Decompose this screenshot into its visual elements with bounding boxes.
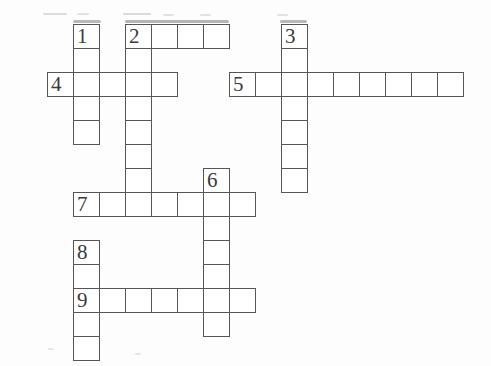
cell-r0c3[interactable]: 2	[125, 24, 152, 49]
cell-r7c4[interactable]	[151, 192, 178, 217]
cell-r2c0[interactable]: 4	[47, 72, 74, 97]
cell-r2c13[interactable]	[385, 72, 412, 97]
cell-r11c4[interactable]	[151, 288, 178, 313]
clue-number-6: 6	[207, 169, 218, 192]
cell-r2c14[interactable]	[411, 72, 438, 97]
cell-r2c4[interactable]	[151, 72, 178, 97]
cell-r2c3[interactable]	[125, 72, 152, 97]
clue-number-7: 7	[77, 193, 88, 216]
cell-r10c1[interactable]	[73, 264, 100, 289]
cell-r0c9[interactable]: 3	[281, 24, 308, 49]
scan-artifact	[123, 13, 151, 15]
cell-r7c3[interactable]	[125, 192, 152, 217]
cell-r2c1[interactable]	[73, 72, 100, 97]
cell-r11c1[interactable]: 9	[73, 288, 100, 313]
clue-number-4: 4	[51, 73, 62, 96]
cell-r7c7[interactable]	[229, 192, 256, 217]
cell-r11c6[interactable]	[203, 288, 230, 313]
scan-artifact	[280, 20, 307, 23]
cell-r1c3[interactable]	[125, 48, 152, 73]
cell-r2c2[interactable]	[99, 72, 126, 97]
cell-r1c9[interactable]	[281, 48, 308, 73]
cell-r1c1[interactable]	[73, 48, 100, 73]
cell-r4c3[interactable]	[125, 120, 152, 145]
clue-number-2: 2	[129, 25, 140, 48]
cell-r3c1[interactable]	[73, 96, 100, 121]
cell-r4c1[interactable]	[73, 120, 100, 145]
cell-r2c8[interactable]	[255, 72, 282, 97]
scan-artifact	[73, 20, 101, 23]
scan-artifact	[125, 20, 229, 23]
cell-r12c1[interactable]	[73, 312, 100, 337]
cell-r10c6[interactable]	[203, 264, 230, 289]
clue-number-8: 8	[77, 241, 88, 264]
cell-r2c7[interactable]: 5	[229, 72, 256, 97]
cell-r0c6[interactable]	[203, 24, 230, 49]
scan-artifact	[48, 348, 54, 350]
cell-r4c9[interactable]	[281, 120, 308, 145]
cell-r3c9[interactable]	[281, 96, 308, 121]
cell-r5c9[interactable]	[281, 144, 308, 169]
cell-r9c6[interactable]	[203, 240, 230, 265]
cell-r7c2[interactable]	[99, 192, 126, 217]
clue-number-9: 9	[77, 289, 88, 312]
cell-r11c2[interactable]	[99, 288, 126, 313]
clue-number-3: 3	[285, 25, 296, 48]
cell-r7c1[interactable]: 7	[73, 192, 100, 217]
scan-artifact	[277, 14, 288, 16]
cell-r13c1[interactable]	[73, 336, 100, 361]
cell-r2c15[interactable]	[437, 72, 464, 97]
cell-r6c3[interactable]	[125, 168, 152, 193]
cell-r0c5[interactable]	[177, 24, 204, 49]
cell-r5c3[interactable]	[125, 144, 152, 169]
cell-r2c12[interactable]	[359, 72, 386, 97]
clue-number-1: 1	[77, 25, 88, 48]
crossword-grid: 123456789	[0, 0, 491, 366]
cell-r9c1[interactable]: 8	[73, 240, 100, 265]
cell-r0c4[interactable]	[151, 24, 178, 49]
cell-r7c5[interactable]	[177, 192, 204, 217]
cell-r11c3[interactable]	[125, 288, 152, 313]
cell-r6c6[interactable]: 6	[203, 168, 230, 193]
clue-number-5: 5	[233, 73, 244, 96]
cell-r6c9[interactable]	[281, 168, 308, 193]
cell-r2c11[interactable]	[333, 72, 360, 97]
scan-artifact	[163, 14, 174, 16]
cell-r7c6[interactable]	[203, 192, 230, 217]
cell-r2c9[interactable]	[281, 72, 308, 97]
scan-artifact	[135, 353, 141, 355]
cell-r2c10[interactable]	[307, 72, 334, 97]
cell-r11c7[interactable]	[229, 288, 256, 313]
cell-r3c3[interactable]	[125, 96, 152, 121]
cell-r8c6[interactable]	[203, 216, 230, 241]
cell-r12c6[interactable]	[203, 312, 230, 337]
scan-artifact	[43, 13, 67, 15]
cell-r11c5[interactable]	[177, 288, 204, 313]
scan-artifact	[200, 14, 211, 16]
scan-artifact	[77, 13, 89, 15]
cell-r0c1[interactable]: 1	[73, 24, 100, 49]
